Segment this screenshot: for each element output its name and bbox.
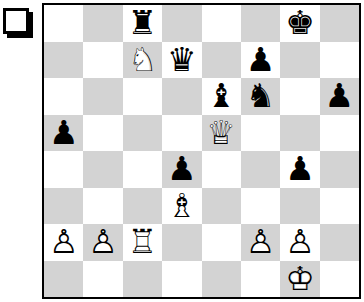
square-d1[interactable]	[162, 261, 201, 298]
piece-white-king: ♚♔	[282, 261, 318, 297]
square-g6[interactable]	[280, 78, 319, 115]
square-d6[interactable]	[162, 78, 201, 115]
piece-white-bishop: ♝♗	[164, 188, 200, 224]
piece-black-bishop: ♝	[203, 78, 239, 114]
square-b4[interactable]	[83, 151, 122, 188]
white-to-move-indicator	[3, 8, 29, 34]
square-d3[interactable]: ♝♗	[162, 188, 201, 225]
square-e4[interactable]	[202, 151, 241, 188]
square-c8[interactable]: ♜	[123, 5, 162, 42]
piece-white-pawn: ♟♙	[85, 224, 121, 260]
square-f4[interactable]	[241, 151, 280, 188]
square-b7[interactable]	[83, 42, 122, 79]
square-c4[interactable]	[123, 151, 162, 188]
square-h5[interactable]	[320, 115, 359, 152]
chess-diagram: ♜♚♞♘♛♟♝♞♟♟♛♕♟♟♝♗♟♙♟♙♜♖♟♙♟♙♚♔	[0, 0, 364, 302]
square-h6[interactable]: ♟	[320, 78, 359, 115]
piece-white-rook: ♜♖	[124, 224, 160, 260]
square-f1[interactable]	[241, 261, 280, 298]
square-e2[interactable]	[202, 224, 241, 261]
piece-white-pawn: ♟♙	[46, 224, 82, 260]
square-c2[interactable]: ♜♖	[123, 224, 162, 261]
square-a3[interactable]	[44, 188, 83, 225]
piece-black-king: ♚	[282, 5, 318, 41]
square-a4[interactable]	[44, 151, 83, 188]
square-a1[interactable]	[44, 261, 83, 298]
square-b2[interactable]: ♟♙	[83, 224, 122, 261]
square-d8[interactable]	[162, 5, 201, 42]
square-b8[interactable]	[83, 5, 122, 42]
square-b5[interactable]	[83, 115, 122, 152]
square-f3[interactable]	[241, 188, 280, 225]
square-e5[interactable]: ♛♕	[202, 115, 241, 152]
piece-black-pawn: ♟	[282, 151, 318, 187]
square-h1[interactable]	[320, 261, 359, 298]
square-a5[interactable]: ♟	[44, 115, 83, 152]
square-g1[interactable]: ♚♔	[280, 261, 319, 298]
square-f2[interactable]: ♟♙	[241, 224, 280, 261]
square-h7[interactable]	[320, 42, 359, 79]
piece-black-pawn: ♟	[243, 42, 279, 78]
square-e1[interactable]	[202, 261, 241, 298]
piece-black-rook: ♜	[124, 5, 160, 41]
square-g3[interactable]	[280, 188, 319, 225]
square-a7[interactable]	[44, 42, 83, 79]
square-a2[interactable]: ♟♙	[44, 224, 83, 261]
square-d4[interactable]: ♟	[162, 151, 201, 188]
square-a6[interactable]	[44, 78, 83, 115]
piece-black-queen: ♛	[164, 42, 200, 78]
square-d7[interactable]: ♛	[162, 42, 201, 79]
square-g8[interactable]: ♚	[280, 5, 319, 42]
square-g7[interactable]	[280, 42, 319, 79]
piece-white-pawn: ♟♙	[243, 224, 279, 260]
square-b3[interactable]	[83, 188, 122, 225]
square-g2[interactable]: ♟♙	[280, 224, 319, 261]
square-f7[interactable]: ♟	[241, 42, 280, 79]
square-c6[interactable]	[123, 78, 162, 115]
piece-black-knight: ♞	[243, 78, 279, 114]
square-c3[interactable]	[123, 188, 162, 225]
square-b6[interactable]	[83, 78, 122, 115]
square-d5[interactable]	[162, 115, 201, 152]
square-c5[interactable]	[123, 115, 162, 152]
square-g5[interactable]	[280, 115, 319, 152]
piece-black-pawn: ♟	[46, 115, 82, 151]
square-f8[interactable]	[241, 5, 280, 42]
square-h2[interactable]	[320, 224, 359, 261]
square-c7[interactable]: ♞♘	[123, 42, 162, 79]
piece-black-pawn: ♟	[164, 151, 200, 187]
square-f5[interactable]	[241, 115, 280, 152]
square-h8[interactable]	[320, 5, 359, 42]
piece-white-queen: ♛♕	[203, 115, 239, 151]
square-d2[interactable]	[162, 224, 201, 261]
piece-white-knight: ♞♘	[124, 42, 160, 78]
square-e3[interactable]	[202, 188, 241, 225]
square-h4[interactable]	[320, 151, 359, 188]
square-h3[interactable]	[320, 188, 359, 225]
chess-board: ♜♚♞♘♛♟♝♞♟♟♛♕♟♟♝♗♟♙♟♙♜♖♟♙♟♙♚♔	[42, 3, 361, 299]
square-e8[interactable]	[202, 5, 241, 42]
square-a8[interactable]	[44, 5, 83, 42]
square-f6[interactable]: ♞	[241, 78, 280, 115]
piece-white-pawn: ♟♙	[282, 224, 318, 260]
square-g4[interactable]: ♟	[280, 151, 319, 188]
square-b1[interactable]	[83, 261, 122, 298]
square-c1[interactable]	[123, 261, 162, 298]
square-e7[interactable]	[202, 42, 241, 79]
square-e6[interactable]: ♝	[202, 78, 241, 115]
piece-black-pawn: ♟	[321, 78, 357, 114]
